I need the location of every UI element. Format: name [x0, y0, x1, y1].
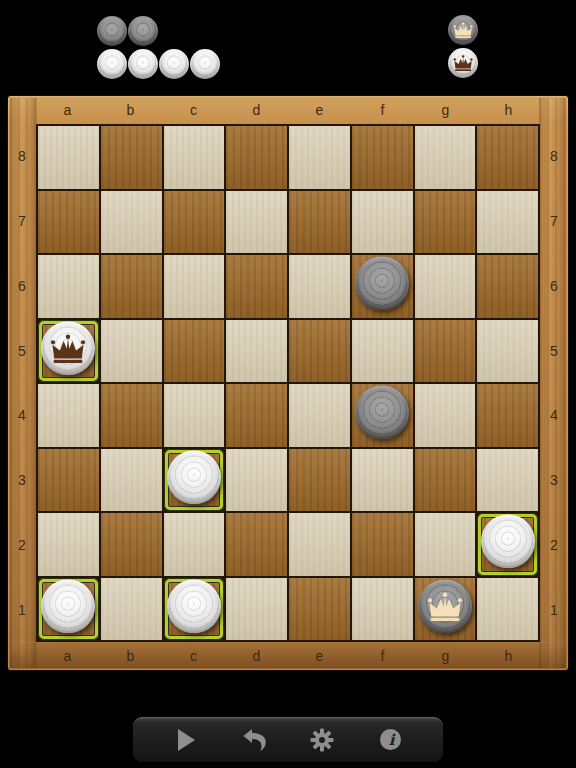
file-label-e: e [288, 642, 351, 670]
undo-button[interactable] [241, 727, 267, 753]
square-f1[interactable] [352, 578, 413, 641]
square-g2[interactable] [415, 513, 476, 576]
square-h2[interactable] [477, 513, 538, 576]
file-label-b: b [99, 642, 162, 670]
square-f5[interactable] [352, 320, 413, 383]
black-king-indicator [448, 15, 478, 45]
file-label-e: e [288, 96, 351, 124]
white-king-indicator [448, 48, 478, 78]
square-b8[interactable] [101, 126, 162, 189]
file-labels-top: abcdefgh [36, 96, 540, 124]
square-g4[interactable] [415, 384, 476, 447]
square-a5[interactable] [38, 320, 99, 383]
captured-white-row [97, 49, 220, 79]
captured-white-man [97, 49, 127, 79]
rank-label-4: 4 [540, 383, 568, 448]
file-label-f: f [351, 642, 414, 670]
file-label-c: c [162, 642, 225, 670]
rank-label-1: 1 [8, 577, 36, 642]
captured-white-man [190, 49, 220, 79]
rank-labels-left: 87654321 [8, 124, 36, 642]
piece-white-man-c3[interactable] [167, 450, 221, 504]
square-e2[interactable] [289, 513, 350, 576]
info-button[interactable]: i [377, 727, 403, 753]
captured-white-man [159, 49, 189, 79]
square-a1[interactable] [38, 578, 99, 641]
rank-label-7: 7 [8, 189, 36, 254]
rank-label-2: 2 [8, 513, 36, 578]
square-e7[interactable] [289, 191, 350, 254]
square-d7[interactable] [226, 191, 287, 254]
file-label-g: g [414, 96, 477, 124]
square-c6[interactable] [164, 255, 225, 318]
file-label-a: a [36, 96, 99, 124]
square-f4[interactable] [352, 384, 413, 447]
piece-black-man-f6[interactable] [355, 257, 409, 311]
captured-white-man [128, 49, 158, 79]
settings-button[interactable] [309, 727, 335, 753]
square-e1[interactable] [289, 578, 350, 641]
rank-label-2: 2 [540, 513, 568, 578]
rank-label-5: 5 [540, 318, 568, 383]
square-f3[interactable] [352, 449, 413, 512]
square-d3[interactable] [226, 449, 287, 512]
square-e6[interactable] [289, 255, 350, 318]
square-f8[interactable] [352, 126, 413, 189]
square-c1[interactable] [164, 578, 225, 641]
square-g6[interactable] [415, 255, 476, 318]
play-icon [176, 728, 196, 752]
piece-white-man-a1[interactable] [41, 579, 95, 633]
rank-label-5: 5 [8, 318, 36, 383]
square-d1[interactable] [226, 578, 287, 641]
square-a7[interactable] [38, 191, 99, 254]
square-a4[interactable] [38, 384, 99, 447]
square-e4[interactable] [289, 384, 350, 447]
square-c5[interactable] [164, 320, 225, 383]
square-h8[interactable] [477, 126, 538, 189]
file-label-b: b [99, 96, 162, 124]
square-h4[interactable] [477, 384, 538, 447]
play-button[interactable] [173, 727, 199, 753]
captured-black-man [97, 16, 127, 46]
square-h7[interactable] [477, 191, 538, 254]
crown-icon [418, 579, 472, 633]
piece-black-man-f4[interactable] [355, 386, 409, 440]
square-e8[interactable] [289, 126, 350, 189]
file-label-f: f [351, 96, 414, 124]
square-e3[interactable] [289, 449, 350, 512]
square-d2[interactable] [226, 513, 287, 576]
piece-white-king-a5[interactable] [41, 321, 95, 375]
rank-labels-right: 87654321 [540, 124, 568, 642]
playing-grid [36, 124, 540, 642]
square-c4[interactable] [164, 384, 225, 447]
file-label-c: c [162, 96, 225, 124]
square-g1[interactable] [415, 578, 476, 641]
piece-white-man-c1[interactable] [167, 579, 221, 633]
file-label-h: h [477, 642, 540, 670]
rank-label-6: 6 [540, 254, 568, 319]
rank-label-8: 8 [8, 124, 36, 189]
square-f2[interactable] [352, 513, 413, 576]
square-h1[interactable] [477, 578, 538, 641]
square-b4[interactable] [101, 384, 162, 447]
square-d6[interactable] [226, 255, 287, 318]
rank-label-3: 3 [540, 448, 568, 513]
square-b1[interactable] [101, 578, 162, 641]
file-label-g: g [414, 642, 477, 670]
captured-black-row [97, 16, 220, 46]
square-c2[interactable] [164, 513, 225, 576]
piece-black-king-g1[interactable] [418, 579, 472, 633]
rank-label-1: 1 [540, 577, 568, 642]
square-b2[interactable] [101, 513, 162, 576]
crown-icon [41, 321, 95, 375]
square-a2[interactable] [38, 513, 99, 576]
file-label-d: d [225, 642, 288, 670]
square-h3[interactable] [477, 449, 538, 512]
square-c3[interactable] [164, 449, 225, 512]
square-g8[interactable] [415, 126, 476, 189]
square-f7[interactable] [352, 191, 413, 254]
file-label-d: d [225, 96, 288, 124]
crown-icon [448, 48, 478, 78]
square-g7[interactable] [415, 191, 476, 254]
square-g3[interactable] [415, 449, 476, 512]
square-e5[interactable] [289, 320, 350, 383]
file-labels-bottom: abcdefgh [36, 642, 540, 670]
bottom-toolbar: i [133, 717, 443, 762]
square-d8[interactable] [226, 126, 287, 189]
rank-label-3: 3 [8, 448, 36, 513]
settings-gear-icon [310, 728, 334, 752]
square-a6[interactable] [38, 255, 99, 318]
king-indicators [448, 15, 478, 78]
captured-pieces-tray [97, 16, 220, 79]
file-label-h: h [477, 96, 540, 124]
rank-label-7: 7 [540, 189, 568, 254]
square-h6[interactable] [477, 255, 538, 318]
square-b6[interactable] [101, 255, 162, 318]
rank-label-4: 4 [8, 383, 36, 448]
square-d4[interactable] [226, 384, 287, 447]
crown-icon [448, 15, 478, 45]
square-g5[interactable] [415, 320, 476, 383]
square-h5[interactable] [477, 320, 538, 383]
square-b5[interactable] [101, 320, 162, 383]
square-b3[interactable] [101, 449, 162, 512]
rank-label-6: 6 [8, 254, 36, 319]
square-a3[interactable] [38, 449, 99, 512]
piece-white-man-h2[interactable] [481, 515, 535, 569]
checkers-board: abcdefgh abcdefgh 87654321 87654321 [8, 96, 568, 670]
square-c8[interactable] [164, 126, 225, 189]
square-f6[interactable] [352, 255, 413, 318]
square-d5[interactable] [226, 320, 287, 383]
square-c7[interactable] [164, 191, 225, 254]
undo-icon [241, 727, 267, 753]
info-icon: i [379, 728, 402, 751]
square-a8[interactable] [38, 126, 99, 189]
rank-label-8: 8 [540, 124, 568, 189]
captured-black-man [128, 16, 158, 46]
file-label-a: a [36, 642, 99, 670]
square-b7[interactable] [101, 191, 162, 254]
